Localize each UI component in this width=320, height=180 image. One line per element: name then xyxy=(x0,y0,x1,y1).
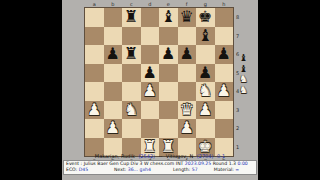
material-stat: Material: = xyxy=(214,167,240,173)
square-e3[interactable] xyxy=(159,101,178,120)
captured-material-tray: ♝♝♞♞ xyxy=(239,53,253,95)
square-a3[interactable]: ♟ xyxy=(85,101,104,120)
square-d2[interactable] xyxy=(141,119,160,138)
square-c4[interactable] xyxy=(122,82,141,101)
rank-label-8: 8 xyxy=(236,8,239,27)
square-g5[interactable]: ♟ xyxy=(196,64,215,83)
square-b2[interactable]: ♟ xyxy=(104,119,123,138)
piece-black-pawn: ♟ xyxy=(215,45,234,64)
piece-white-pawn: ♟ xyxy=(104,119,123,138)
eco-stat: ECO: D45 xyxy=(66,167,88,173)
square-d7[interactable] xyxy=(141,27,160,46)
square-c8[interactable]: ♜ xyxy=(122,8,141,27)
square-d3[interactable] xyxy=(141,101,160,120)
screenshot-canvas: abcdefgh ♜♝♛♚♝♟♜♟♟♟♟♟♟♞♟♟♞♛♟♟♟♜♜♚ abcdef… xyxy=(0,0,320,180)
square-e5[interactable] xyxy=(159,64,178,83)
chess-board[interactable]: ♜♝♛♚♝♟♜♟♟♟♟♟♟♞♟♟♞♛♟♟♟♜♜♚ xyxy=(84,7,234,157)
square-g3[interactable]: ♟ xyxy=(196,101,215,120)
square-h7[interactable] xyxy=(215,27,234,46)
square-g2[interactable] xyxy=(196,119,215,138)
square-f8[interactable]: ♛ xyxy=(178,8,197,27)
next-label: Next: xyxy=(114,167,126,172)
square-c2[interactable] xyxy=(122,119,141,138)
square-b3[interactable] xyxy=(104,101,123,120)
material-label: Material: xyxy=(214,167,234,172)
stats-line: ECO: D45 Next: 36... gxh4 Length: 57 Mat… xyxy=(64,167,256,173)
square-f7[interactable] xyxy=(178,27,197,46)
square-d4[interactable]: ♟ xyxy=(141,82,160,101)
square-g7[interactable]: ♝ xyxy=(196,27,215,46)
square-g4[interactable]: ♞ xyxy=(196,82,215,101)
piece-white-pawn: ♟ xyxy=(196,101,215,120)
square-a2[interactable] xyxy=(85,119,104,138)
square-e8[interactable]: ♝ xyxy=(159,8,178,27)
piece-black-bishop: ♝ xyxy=(196,27,215,46)
piece-black-king: ♚ xyxy=(196,8,215,27)
square-e4[interactable] xyxy=(159,82,178,101)
square-e6[interactable]: ♟ xyxy=(159,45,178,64)
rank-label-7: 7 xyxy=(236,27,239,46)
piece-black-pawn: ♟ xyxy=(104,45,123,64)
square-f4[interactable] xyxy=(178,82,197,101)
rank-label-2: 2 xyxy=(236,119,239,138)
square-b5[interactable] xyxy=(104,64,123,83)
piece-black-pawn: ♟ xyxy=(196,64,215,83)
next-move-stat: Next: 36... gxh4 xyxy=(114,167,151,173)
event-value: Julius Baer Gen Cup Div 3 W chess.com IN… xyxy=(84,161,184,166)
material-value: = xyxy=(235,167,239,172)
black-player-rating: (2704) xyxy=(197,153,214,159)
square-f5[interactable] xyxy=(178,64,197,83)
square-d6[interactable] xyxy=(141,45,160,64)
event-round: Round 1.3 xyxy=(213,161,236,166)
eco-value: D45 xyxy=(79,167,88,172)
white-player-name: Makarian, Rudik xyxy=(95,153,135,159)
piece-white-knight: ♞ xyxy=(196,82,215,101)
piece-white-pawn: ♟ xyxy=(215,82,234,101)
square-h6[interactable]: ♟ xyxy=(215,45,234,64)
square-g8[interactable]: ♚ xyxy=(196,8,215,27)
square-g6[interactable] xyxy=(196,45,215,64)
players-separator: -- xyxy=(159,153,163,159)
event-label: Event : xyxy=(66,161,82,166)
rank-label-3: 3 xyxy=(236,101,239,120)
piece-white-queen: ♛ xyxy=(178,101,197,120)
square-e2[interactable] xyxy=(159,119,178,138)
square-f2[interactable]: ♟ xyxy=(178,119,197,138)
piece-black-pawn: ♟ xyxy=(178,45,197,64)
game-info-box: Event : Julius Baer Gen Cup Div 3 W ches… xyxy=(63,160,257,176)
square-d5[interactable]: ♟ xyxy=(141,64,160,83)
chess-app-stage: abcdefgh ♜♝♛♚♝♟♜♟♟♟♟♟♟♞♟♟♞♛♟♟♟♜♜♚ abcdef… xyxy=(62,0,258,180)
square-f6[interactable]: ♟ xyxy=(178,45,197,64)
square-a8[interactable] xyxy=(85,8,104,27)
tray-white-knight-icon: ♞ xyxy=(239,85,248,96)
piece-white-pawn: ♟ xyxy=(141,82,160,101)
square-h4[interactable]: ♟ xyxy=(215,82,234,101)
square-a4[interactable] xyxy=(85,82,104,101)
piece-white-knight: ♞ xyxy=(122,101,141,120)
piece-white-pawn: ♟ xyxy=(85,101,104,120)
event-date: 2023.09.25 xyxy=(185,161,211,166)
square-c5[interactable] xyxy=(122,64,141,83)
square-b4[interactable] xyxy=(104,82,123,101)
square-c7[interactable] xyxy=(122,27,141,46)
square-h2[interactable] xyxy=(215,119,234,138)
eco-label: ECO: xyxy=(66,167,77,172)
square-a7[interactable] xyxy=(85,27,104,46)
square-a6[interactable] xyxy=(85,45,104,64)
piece-black-rook: ♜ xyxy=(122,8,141,27)
players-result-line: Makarian, Rudik (2542) -- Vitiugov, N (2… xyxy=(62,153,258,159)
square-a5[interactable] xyxy=(85,64,104,83)
piece-black-rook: ♜ xyxy=(122,45,141,64)
square-h8[interactable] xyxy=(215,8,234,27)
piece-black-pawn: ♟ xyxy=(159,45,178,64)
tray-black-bishop-icon: ♝ xyxy=(239,53,248,64)
square-b7[interactable] xyxy=(104,27,123,46)
length-value: 57 xyxy=(192,167,198,172)
square-c6[interactable]: ♜ xyxy=(122,45,141,64)
piece-black-pawn: ♟ xyxy=(141,64,160,83)
square-h3[interactable] xyxy=(215,101,234,120)
square-b8[interactable] xyxy=(104,8,123,27)
length-label: Length: xyxy=(173,167,190,172)
white-player-rating: (2542) xyxy=(138,153,155,159)
piece-white-pawn: ♟ xyxy=(178,119,197,138)
square-b6[interactable]: ♟ xyxy=(104,45,123,64)
game-result: 0-1 xyxy=(217,153,225,159)
length-stat: Length: 57 xyxy=(173,167,198,173)
piece-black-queen: ♛ xyxy=(178,8,197,27)
piece-black-bishop: ♝ xyxy=(159,8,178,27)
square-e7[interactable] xyxy=(159,27,178,46)
next-value: 36... gxh4 xyxy=(128,167,151,172)
black-player-name: Vitiugov, N xyxy=(166,153,193,159)
square-d8[interactable] xyxy=(141,8,160,27)
square-f3[interactable]: ♛ xyxy=(178,101,197,120)
event-time: 0:00 xyxy=(237,161,247,166)
square-h5[interactable] xyxy=(215,64,234,83)
tray-white-knight-icon: ♞ xyxy=(239,74,248,85)
square-c3[interactable]: ♞ xyxy=(122,101,141,120)
